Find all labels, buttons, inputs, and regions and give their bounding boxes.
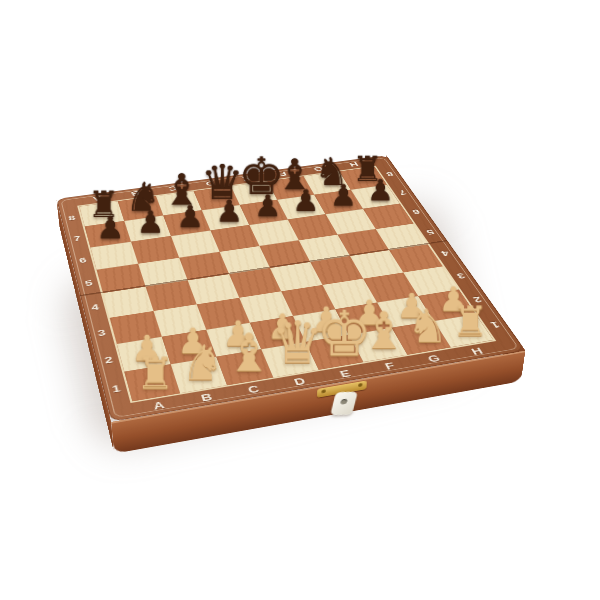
piece-black-pawn-e7[interactable]: ♟ — [248, 192, 288, 221]
scene: ♜♞♝♛♚♝♞♜♟♟♟♟♟♟♟♟♟♟♟♟♟♟♟♟♜♞♝♛♚♝♞♜ ABCDEFG… — [0, 0, 600, 600]
piece-black-pawn-c7[interactable]: ♟ — [170, 202, 210, 231]
piece-white-rook-a1[interactable]: ♜ — [131, 353, 179, 395]
piece-white-knight-g1[interactable]: ♞ — [405, 305, 451, 349]
square-c6[interactable] — [171, 230, 220, 257]
white-key-fob-icon — [330, 391, 358, 415]
square-b6[interactable] — [131, 236, 179, 264]
piece-white-bishop-c1[interactable]: ♝ — [225, 329, 273, 378]
piece-black-pawn-g7[interactable]: ♟ — [324, 181, 363, 209]
piece-white-rook-h1[interactable]: ♜ — [448, 302, 494, 341]
chess-box: ♜♞♝♛♚♝♞♜♟♟♟♟♟♟♟♟♟♟♟♟♟♟♟♟♜♞♝♛♚♝♞♜ ABCDEFG… — [56, 155, 525, 422]
piece-black-pawn-d7[interactable]: ♟ — [209, 197, 249, 226]
piece-black-pawn-a7[interactable]: ♟ — [90, 213, 131, 242]
piece-white-knight-b1[interactable]: ♞ — [179, 341, 227, 386]
square-b7[interactable]: ♟ — [124, 216, 171, 242]
piece-black-pawn-b7[interactable]: ♟ — [130, 208, 170, 237]
piece-black-pawn-f7[interactable]: ♟ — [286, 186, 325, 214]
rank-label-7: 7 — [64, 226, 91, 250]
piece-white-queen-d1[interactable]: ♛ — [271, 315, 318, 370]
